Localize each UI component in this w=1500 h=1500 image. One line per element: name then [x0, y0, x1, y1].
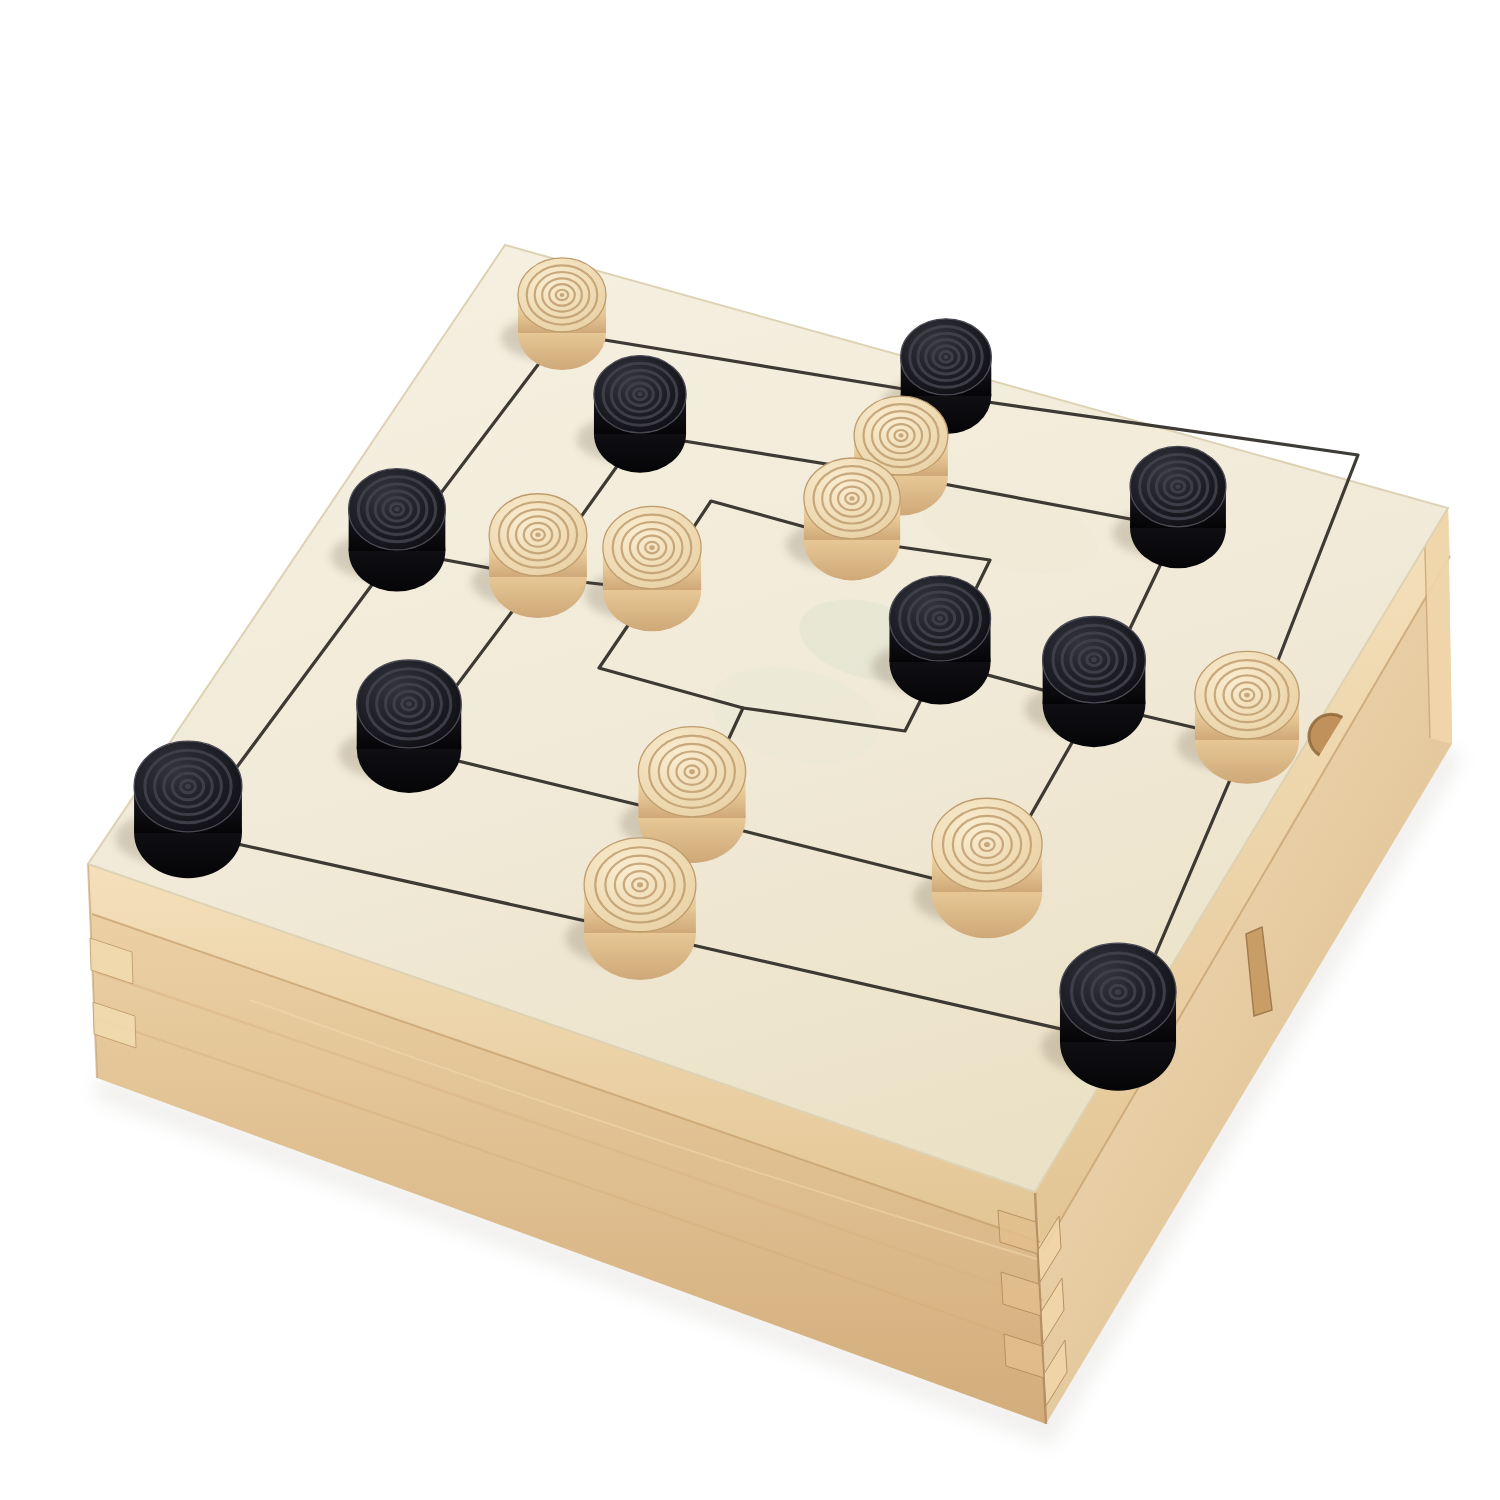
- piece-center-dot: [394, 507, 399, 511]
- piece-center-dot: [637, 392, 642, 396]
- piece-center-dot: [185, 784, 191, 789]
- piece-center-dot: [406, 702, 412, 707]
- piece-center-dot: [1115, 989, 1121, 994]
- piece-center-dot: [637, 882, 643, 887]
- product-photo: [0, 0, 1500, 1500]
- piece-black-a1[interactable]: [116, 741, 242, 878]
- piece-center-dot: [1091, 657, 1097, 662]
- piece-center-dot: [849, 496, 854, 500]
- piece-center-dot: [984, 842, 990, 847]
- piece-center-dot: [937, 616, 943, 621]
- piece-center-dot: [560, 293, 565, 297]
- piece-center-dot: [944, 355, 949, 359]
- game-box: [88, 245, 1452, 1424]
- piece-center-dot: [1175, 484, 1180, 488]
- piece-center-dot: [689, 769, 695, 774]
- piece-center-dot: [649, 545, 654, 550]
- piece-center-dot: [535, 533, 540, 538]
- piece-center-dot: [898, 433, 903, 437]
- morris-box-scene: [0, 0, 1500, 1500]
- piece-center-dot: [1244, 693, 1250, 698]
